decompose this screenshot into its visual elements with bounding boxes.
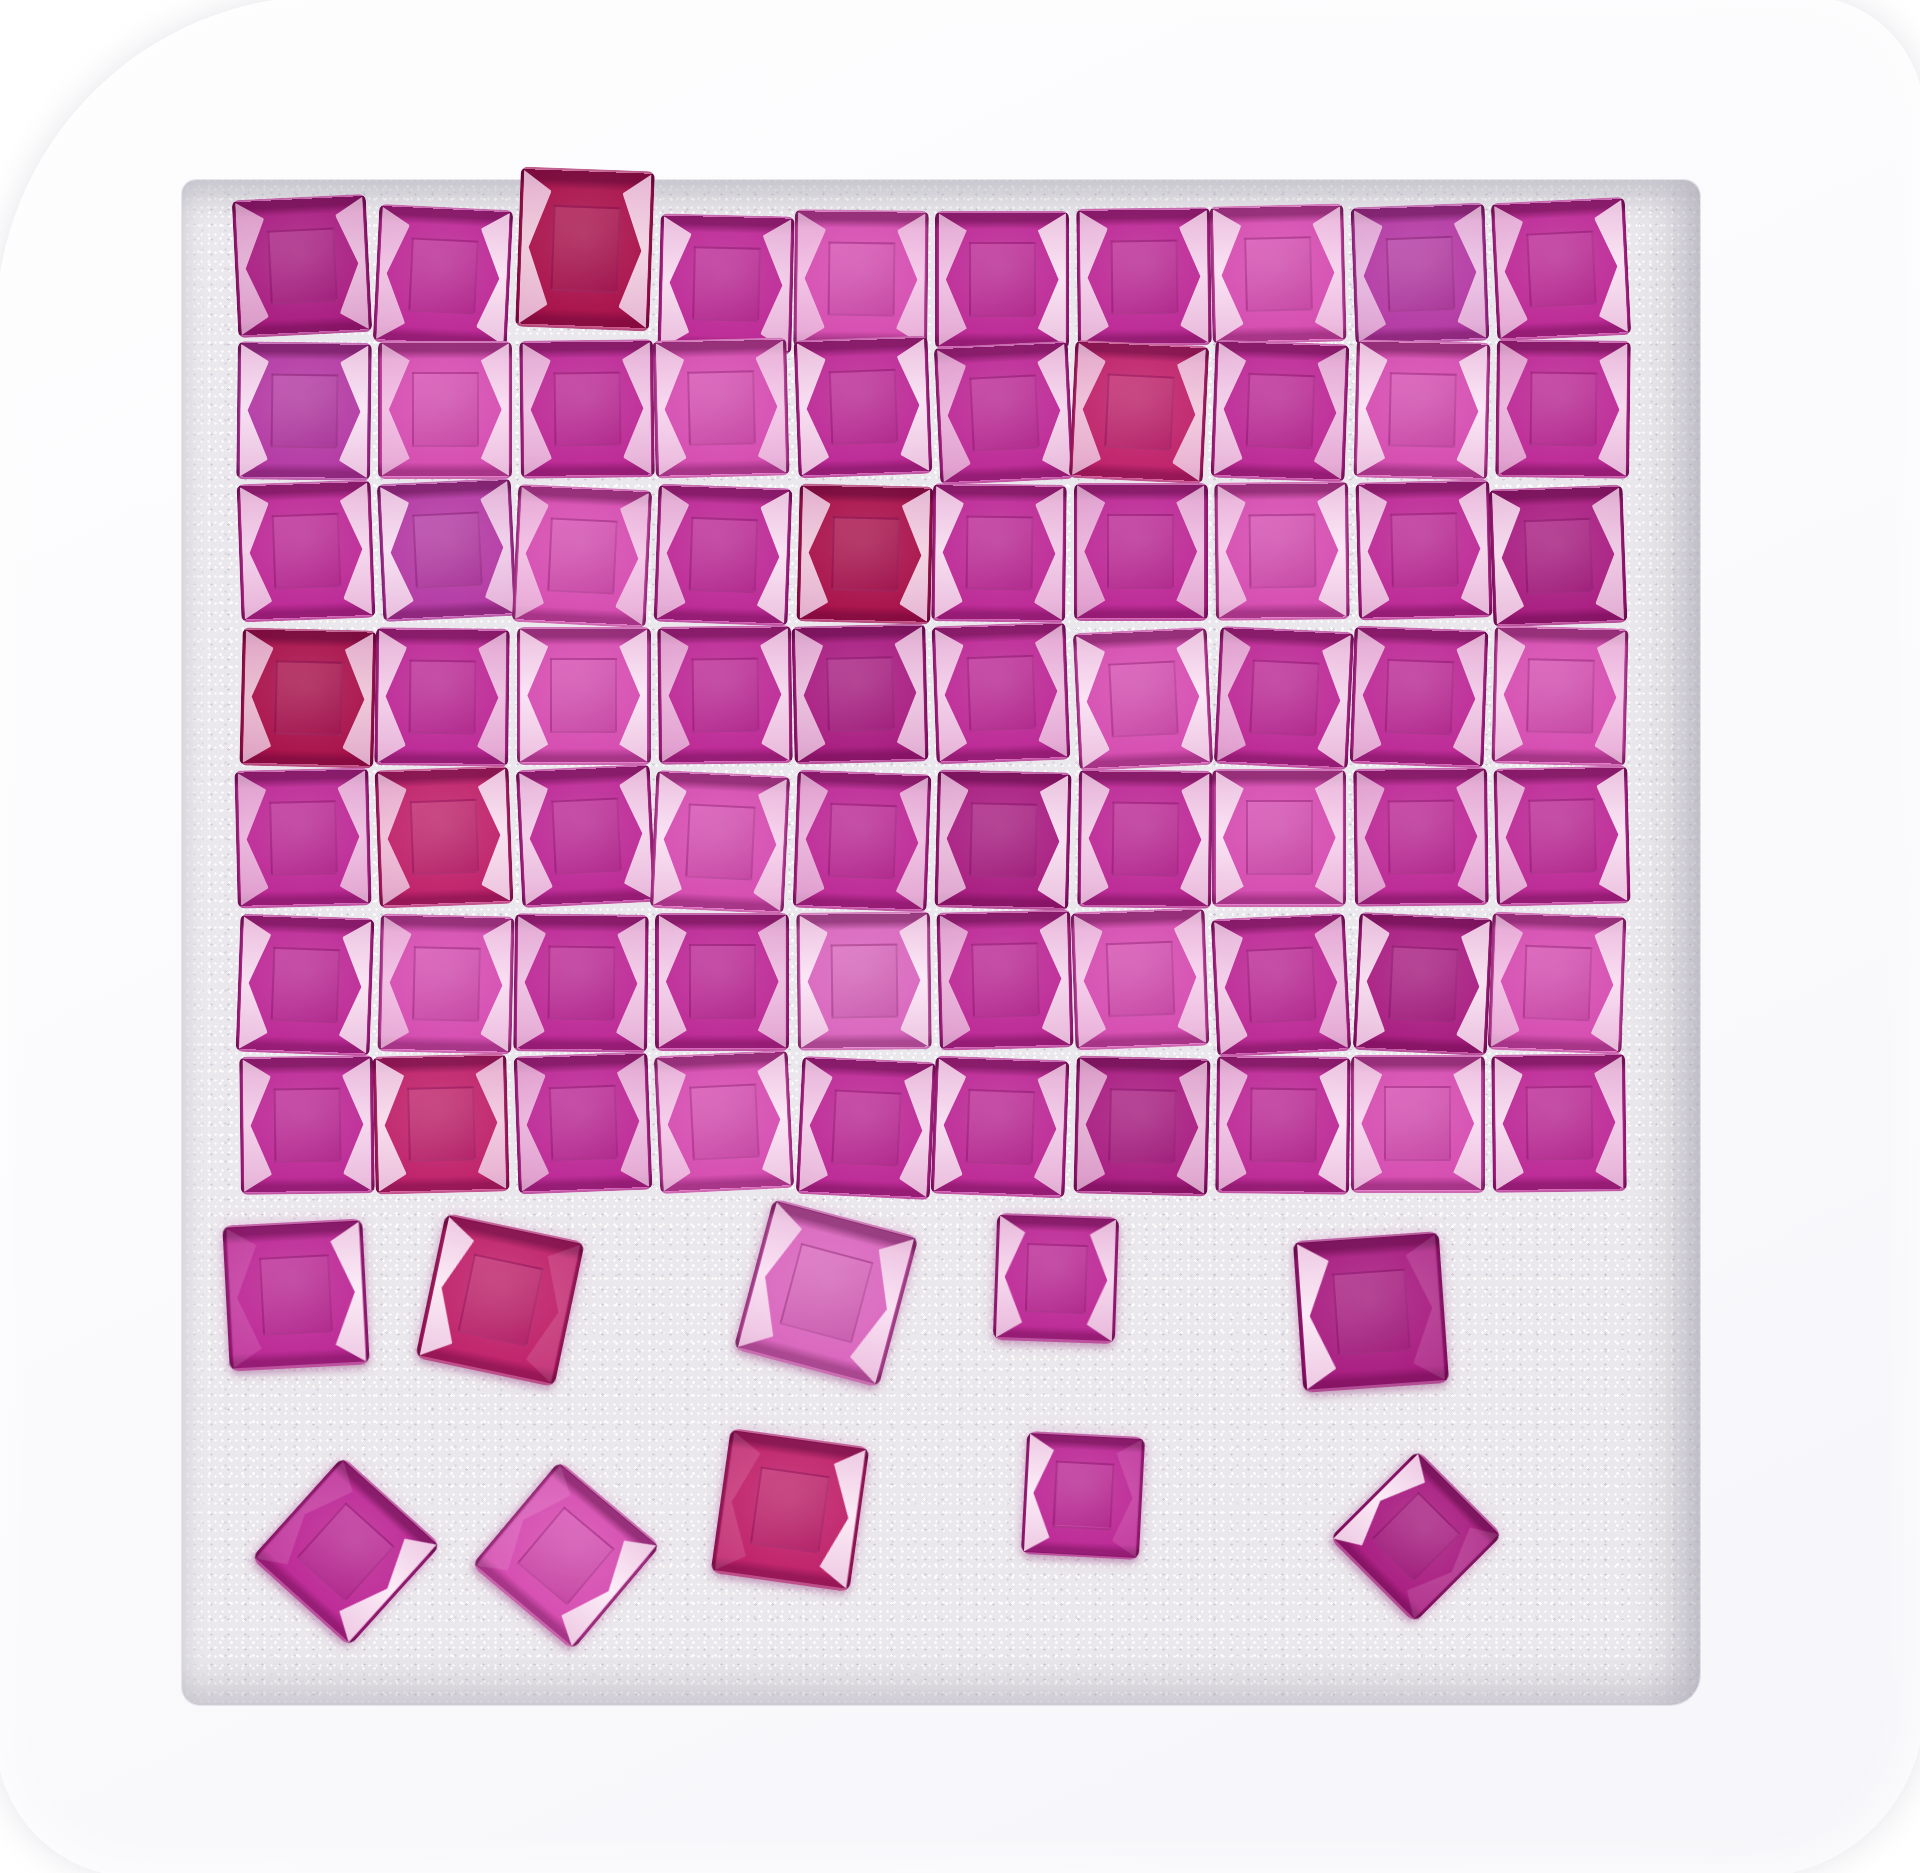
gem-table-facet [259, 1254, 333, 1336]
ruby-gem [222, 1219, 369, 1372]
ruby-gem [1021, 1431, 1145, 1560]
gem-table-facet [779, 1243, 873, 1344]
gem-table-facet [1371, 1491, 1461, 1581]
ruby-gem [1329, 1449, 1502, 1622]
gem-table-facet [517, 1506, 615, 1605]
ruby-gem [733, 1198, 918, 1388]
ruby-gem [471, 1461, 660, 1651]
gem-table-facet [1052, 1460, 1114, 1529]
ruby-gem [415, 1213, 585, 1387]
ruby-gem [993, 1212, 1119, 1343]
gem-table-facet [297, 1502, 396, 1601]
ruby-gem [1293, 1231, 1449, 1393]
gem-table-facet [457, 1254, 543, 1347]
loose-gems-layer [0, 0, 1920, 1873]
gem-tray-photo [0, 0, 1920, 1873]
gem-table-facet [1024, 1243, 1087, 1314]
gem-table-facet [750, 1466, 830, 1554]
ruby-gem [711, 1428, 870, 1592]
gem-table-facet [1332, 1269, 1411, 1356]
ruby-gem [251, 1457, 441, 1647]
